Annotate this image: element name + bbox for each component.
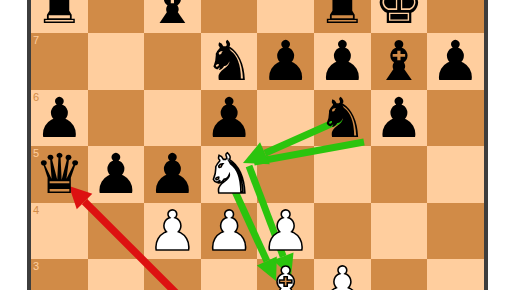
- piece-white-pawn-d4[interactable]: ♟: [201, 203, 258, 260]
- piece-black-pawn-g6[interactable]: ♟: [371, 90, 428, 147]
- piece-black-rook-a8[interactable]: ♜: [31, 0, 88, 33]
- piece-white-pawn-f3[interactable]: ♟: [314, 259, 371, 290]
- chess-board-viewport: 76543 ♜♝♜♚♞♟♟♝♟♟♟♞♟♛♟♟♞♟♟♟♝♟: [0, 0, 516, 290]
- piece-black-pawn-d6[interactable]: ♟: [201, 90, 258, 147]
- piece-black-pawn-c5[interactable]: ♟: [144, 146, 201, 203]
- piece-black-pawn-h7[interactable]: ♟: [427, 33, 484, 90]
- piece-white-pawn-e4[interactable]: ♟: [257, 203, 314, 260]
- piece-white-pawn-c4[interactable]: ♟: [144, 203, 201, 260]
- piece-black-pawn-a6[interactable]: ♟: [31, 90, 88, 147]
- piece-white-bishop-e3[interactable]: ♝: [257, 259, 314, 290]
- piece-black-bishop-g7[interactable]: ♝: [371, 33, 428, 90]
- piece-black-knight-d7[interactable]: ♞: [201, 33, 258, 90]
- piece-black-pawn-e7[interactable]: ♟: [257, 33, 314, 90]
- piece-black-knight-f6[interactable]: ♞: [314, 90, 371, 147]
- piece-black-queen-a5[interactable]: ♛: [31, 146, 88, 203]
- piece-black-bishop-c8[interactable]: ♝: [144, 0, 201, 33]
- piece-black-pawn-b5[interactable]: ♟: [88, 146, 145, 203]
- piece-black-pawn-f7[interactable]: ♟: [314, 33, 371, 90]
- piece-white-knight-d5[interactable]: ♞: [201, 146, 258, 203]
